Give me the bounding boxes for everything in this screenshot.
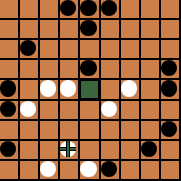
cell-r2c6[interactable] (121, 40, 141, 60)
cell-r7c3[interactable] (60, 141, 80, 161)
cell-r2c8[interactable] (161, 40, 181, 60)
cell-r2c0[interactable] (0, 40, 20, 60)
cell-r7c8[interactable] (161, 141, 181, 161)
green-cross-mark-icon (60, 141, 76, 157)
black-stone (161, 60, 177, 76)
cell-r2c5[interactable] (101, 40, 121, 60)
cell-r8c2[interactable] (40, 161, 60, 181)
cell-r8c4[interactable] (80, 161, 100, 181)
white-stone (40, 161, 56, 177)
cell-r4c2[interactable] (40, 80, 60, 100)
cell-r4c0[interactable] (0, 80, 20, 100)
white-stone (121, 80, 137, 96)
white-stone (101, 101, 117, 117)
cell-r0c0[interactable] (0, 0, 20, 20)
cell-r3c2[interactable] (40, 60, 60, 80)
cell-r8c6[interactable] (121, 161, 141, 181)
cell-r5c7[interactable] (141, 101, 161, 121)
black-stone (60, 0, 76, 16)
cell-r8c1[interactable] (20, 161, 40, 181)
cell-r8c3[interactable] (60, 161, 80, 181)
cell-r0c8[interactable] (161, 0, 181, 20)
cell-r7c0[interactable] (0, 141, 20, 161)
white-stone (40, 80, 56, 96)
cell-r6c6[interactable] (121, 121, 141, 141)
cell-r5c2[interactable] (40, 101, 60, 121)
cell-r1c1[interactable] (20, 20, 40, 40)
cell-r1c6[interactable] (121, 20, 141, 40)
cross-vertical-bar (66, 141, 70, 157)
black-stone (141, 141, 157, 157)
cell-r2c3[interactable] (60, 40, 80, 60)
cell-r7c7[interactable] (141, 141, 161, 161)
cell-r1c5[interactable] (101, 20, 121, 40)
cell-r5c6[interactable] (121, 101, 141, 121)
black-stone (80, 60, 96, 76)
cell-r6c5[interactable] (101, 121, 121, 141)
cell-r6c4[interactable] (80, 121, 100, 141)
cell-r3c6[interactable] (121, 60, 141, 80)
cell-r0c5[interactable] (101, 0, 121, 20)
cell-r4c6[interactable] (121, 80, 141, 100)
cell-r5c3[interactable] (60, 101, 80, 121)
cell-r8c0[interactable] (0, 161, 20, 181)
cell-r0c3[interactable] (60, 0, 80, 20)
cell-r3c4[interactable] (80, 60, 100, 80)
cell-r0c2[interactable] (40, 0, 60, 20)
cell-r3c0[interactable] (0, 60, 20, 80)
cell-r7c5[interactable] (101, 141, 121, 161)
cell-r2c4[interactable] (80, 40, 100, 60)
cell-r3c7[interactable] (141, 60, 161, 80)
cell-r0c1[interactable] (20, 0, 40, 20)
cell-r0c4[interactable] (80, 0, 100, 20)
cell-r4c3[interactable] (60, 80, 80, 100)
cell-r4c7[interactable] (141, 80, 161, 100)
cell-r2c7[interactable] (141, 40, 161, 60)
cell-r7c6[interactable] (121, 141, 141, 161)
cell-r3c3[interactable] (60, 60, 80, 80)
cell-r5c5[interactable] (101, 101, 121, 121)
black-stone (80, 20, 96, 36)
cell-r3c5[interactable] (101, 60, 121, 80)
cell-r1c4[interactable] (80, 20, 100, 40)
cell-r3c1[interactable] (20, 60, 40, 80)
cell-r6c7[interactable] (141, 121, 161, 141)
cell-r8c7[interactable] (141, 161, 161, 181)
cell-r7c4[interactable] (80, 141, 100, 161)
white-stone (60, 80, 76, 96)
cell-r6c8[interactable] (161, 121, 181, 141)
cell-r4c4-marked[interactable] (80, 80, 100, 100)
cell-r1c2[interactable] (40, 20, 60, 40)
cell-r4c5[interactable] (101, 80, 121, 100)
white-stone (20, 101, 36, 117)
cell-r4c8[interactable] (161, 80, 181, 100)
cell-r0c6[interactable] (121, 0, 141, 20)
cell-r6c0[interactable] (0, 121, 20, 141)
white-stone (80, 161, 96, 177)
cell-r7c1[interactable] (20, 141, 40, 161)
game-board (0, 0, 181, 181)
black-stone (20, 40, 36, 56)
cell-r1c3[interactable] (60, 20, 80, 40)
black-stone (101, 0, 117, 16)
cell-r8c5[interactable] (101, 161, 121, 181)
cell-r3c8[interactable] (161, 60, 181, 80)
cell-r5c0[interactable] (0, 101, 20, 121)
black-stone (0, 101, 16, 117)
black-stone (161, 80, 177, 96)
black-stone (161, 121, 177, 137)
cell-r5c4[interactable] (80, 101, 100, 121)
cell-r4c1[interactable] (20, 80, 40, 100)
cell-r6c3[interactable] (60, 121, 80, 141)
cell-r0c7[interactable] (141, 0, 161, 20)
cell-r2c2[interactable] (40, 40, 60, 60)
cell-r1c0[interactable] (0, 20, 20, 40)
cell-r1c8[interactable] (161, 20, 181, 40)
cell-r5c8[interactable] (161, 101, 181, 121)
cell-r6c1[interactable] (20, 121, 40, 141)
black-stone (80, 0, 96, 16)
cell-r2c1[interactable] (20, 40, 40, 60)
cell-r7c2[interactable] (40, 141, 60, 161)
black-stone (0, 80, 16, 96)
black-stone (101, 161, 117, 177)
cell-r5c1[interactable] (20, 101, 40, 121)
cell-r1c7[interactable] (141, 20, 161, 40)
cell-r8c8[interactable] (161, 161, 181, 181)
cell-r6c2[interactable] (40, 121, 60, 141)
black-stone (0, 141, 16, 157)
